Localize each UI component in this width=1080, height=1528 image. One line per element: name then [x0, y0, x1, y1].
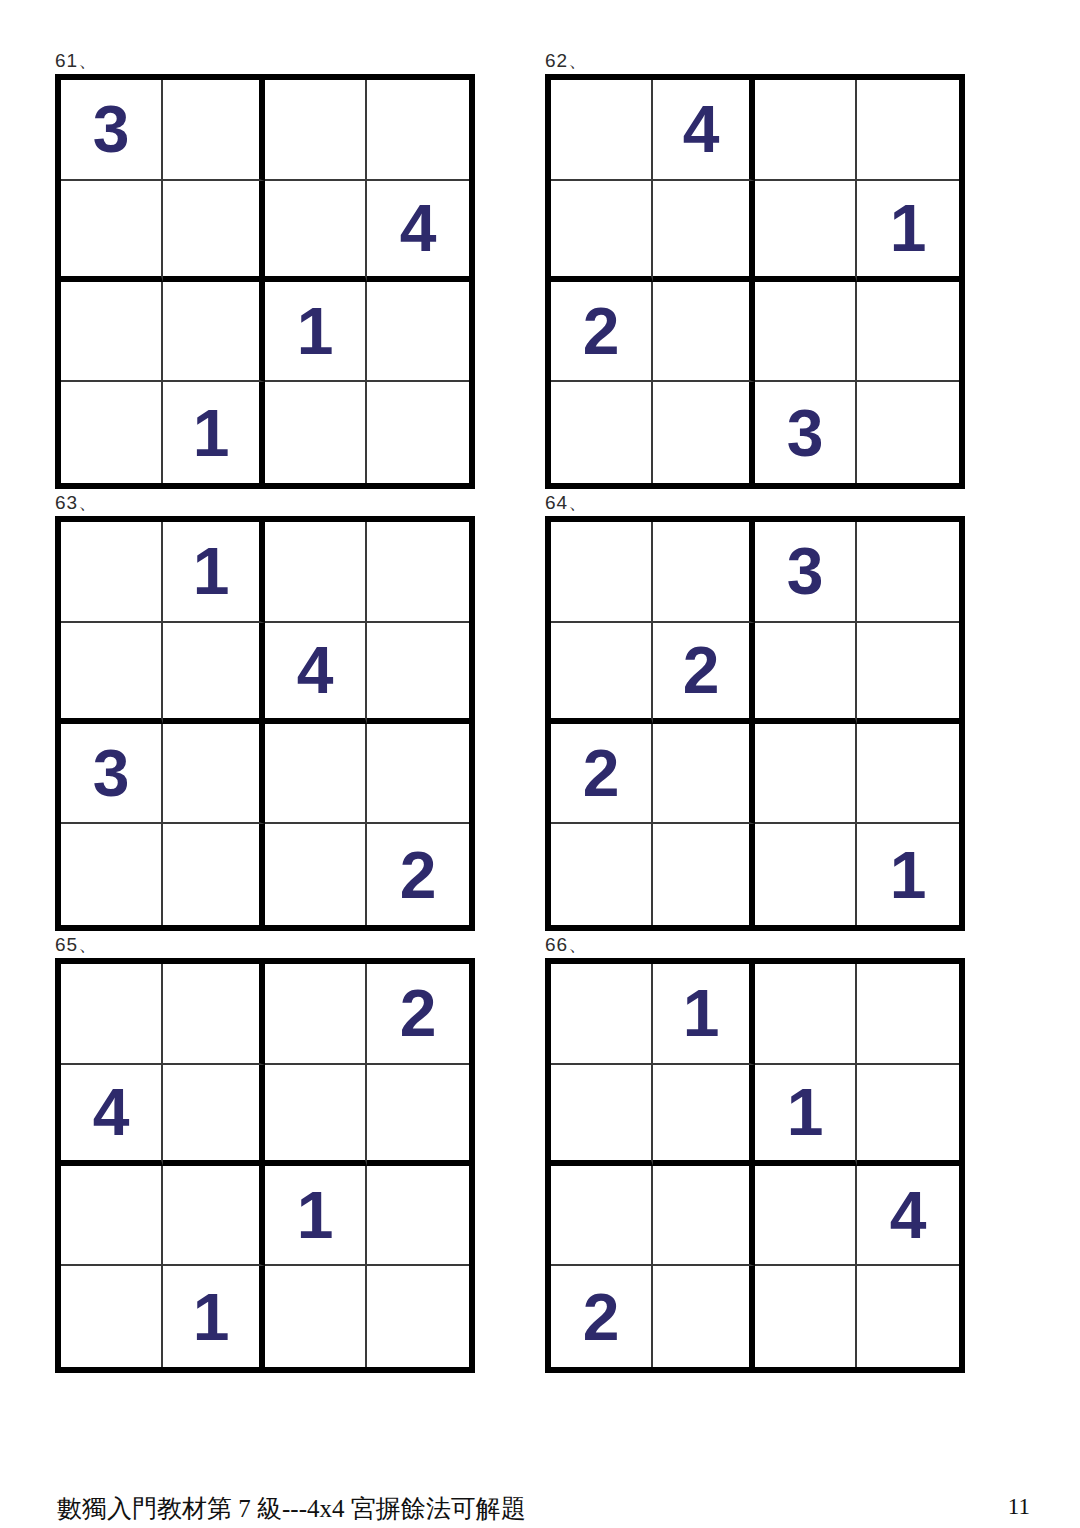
cell-r2c2	[653, 181, 755, 282]
cell-r3c2	[653, 1166, 755, 1267]
sudoku-board-65: 2411	[55, 958, 475, 1373]
cell-r1c4	[367, 522, 469, 623]
cell-r3c3	[755, 282, 857, 383]
cell-r1c2	[163, 964, 265, 1065]
cell-r2c1: 4	[61, 1065, 163, 1166]
cell-r3c2	[653, 724, 755, 825]
puzzle-label-63: 63、	[55, 490, 475, 511]
given-digit: 4	[297, 637, 334, 703]
cell-r2c3	[265, 1065, 367, 1166]
cell-r1c3	[265, 964, 367, 1065]
cell-r2c4: 4	[367, 181, 469, 282]
cell-r4c1	[61, 1266, 163, 1367]
puzzle-block-66: 66、 1142	[545, 932, 965, 1373]
cell-r3c1	[61, 1166, 163, 1267]
cell-r4c4	[857, 382, 959, 483]
cell-r2c4	[367, 1065, 469, 1166]
given-digit: 2	[400, 842, 437, 908]
given-digit: 1	[193, 538, 230, 604]
given-digit: 4	[890, 1182, 927, 1248]
cell-r2c1	[551, 181, 653, 282]
cell-r2c2	[163, 1065, 265, 1166]
given-digit: 3	[787, 538, 824, 604]
puzzle-label-61: 61、	[55, 48, 475, 69]
cell-r1c4	[367, 80, 469, 181]
cell-r3c3: 1	[265, 282, 367, 383]
cell-r4c3	[755, 1266, 857, 1367]
cell-r1c3	[265, 80, 367, 181]
cell-r3c4	[367, 724, 469, 825]
cell-r4c4: 1	[857, 824, 959, 925]
given-digit: 1	[297, 298, 334, 364]
cell-r2c4	[367, 623, 469, 724]
cell-r4c2: 1	[163, 1266, 265, 1367]
cell-r3c4	[367, 1166, 469, 1267]
cell-r4c1	[61, 824, 163, 925]
puzzle-label-65: 65、	[55, 932, 475, 953]
cell-r2c1	[551, 1065, 653, 1166]
cell-r2c3	[755, 623, 857, 724]
cell-r4c1	[61, 382, 163, 483]
cell-r2c2	[163, 623, 265, 724]
cell-r1c3: 3	[755, 522, 857, 623]
cell-r4c1	[551, 382, 653, 483]
cell-r1c1	[551, 964, 653, 1065]
cell-r1c3	[265, 522, 367, 623]
puzzle-block-63: 63、 1432	[55, 490, 475, 931]
cell-r3c3	[265, 724, 367, 825]
cell-r2c3: 4	[265, 623, 367, 724]
puzzle-label-66: 66、	[545, 932, 965, 953]
cell-r2c3: 1	[755, 1065, 857, 1166]
puzzle-label-64: 64、	[545, 490, 965, 511]
cell-r4c3	[265, 1266, 367, 1367]
cell-r1c1	[61, 964, 163, 1065]
given-digit: 3	[93, 96, 130, 162]
given-digit: 2	[583, 1284, 620, 1350]
cell-r4c2	[653, 824, 755, 925]
puzzle-block-62: 62、 4123	[545, 48, 965, 489]
cell-r1c2	[653, 522, 755, 623]
given-digit: 3	[787, 400, 824, 466]
cell-r1c1	[61, 522, 163, 623]
cell-r1c1: 3	[61, 80, 163, 181]
cell-r1c4	[857, 522, 959, 623]
given-digit: 1	[787, 1079, 824, 1145]
cell-r4c4	[367, 1266, 469, 1367]
given-digit: 3	[93, 740, 130, 806]
cell-r2c4: 1	[857, 181, 959, 282]
cell-r1c3	[755, 964, 857, 1065]
sudoku-board-66: 1142	[545, 958, 965, 1373]
cell-r3c1: 2	[551, 282, 653, 383]
cell-r1c4: 2	[367, 964, 469, 1065]
cell-r1c2: 1	[163, 522, 265, 623]
cell-r3c2	[163, 282, 265, 383]
given-digit: 2	[683, 637, 720, 703]
cell-r4c3	[265, 824, 367, 925]
cell-r4c3	[265, 382, 367, 483]
cell-r2c2	[653, 1065, 755, 1166]
puzzle-block-61: 61、 3411	[55, 48, 475, 489]
cell-r4c1	[551, 824, 653, 925]
cell-r3c2	[163, 1166, 265, 1267]
cell-r3c1	[551, 1166, 653, 1267]
cell-r4c1: 2	[551, 1266, 653, 1367]
cell-r4c3: 3	[755, 382, 857, 483]
cell-r1c1	[551, 80, 653, 181]
cell-r3c2	[163, 724, 265, 825]
sudoku-board-64: 3221	[545, 516, 965, 931]
cell-r4c2	[653, 1266, 755, 1367]
puzzle-label-62: 62、	[545, 48, 965, 69]
cell-r3c3	[755, 724, 857, 825]
cell-r1c4	[857, 80, 959, 181]
given-digit: 2	[583, 298, 620, 364]
puzzle-block-64: 64、 3221	[545, 490, 965, 931]
given-digit: 2	[400, 980, 437, 1046]
page-number: 11	[1008, 1494, 1030, 1520]
cell-r2c4	[857, 1065, 959, 1166]
cell-r3c1: 3	[61, 724, 163, 825]
sudoku-board-61: 3411	[55, 74, 475, 489]
cell-r3c3: 1	[265, 1166, 367, 1267]
given-digit: 4	[93, 1079, 130, 1145]
cell-r2c2: 2	[653, 623, 755, 724]
cell-r3c2	[653, 282, 755, 383]
cell-r3c1	[61, 282, 163, 383]
cell-r4c4: 2	[367, 824, 469, 925]
given-digit: 1	[890, 842, 927, 908]
given-digit: 1	[193, 1284, 230, 1350]
cell-r1c2	[163, 80, 265, 181]
cell-r4c4	[857, 1266, 959, 1367]
cell-r2c1	[61, 181, 163, 282]
given-digit: 4	[400, 195, 437, 261]
given-digit: 1	[193, 400, 230, 466]
cell-r1c2: 4	[653, 80, 755, 181]
given-digit: 2	[583, 740, 620, 806]
cell-r1c2: 1	[653, 964, 755, 1065]
cell-r4c2: 1	[163, 382, 265, 483]
cell-r4c2	[163, 824, 265, 925]
cell-r3c4: 4	[857, 1166, 959, 1267]
sudoku-board-62: 4123	[545, 74, 965, 489]
cell-r3c4	[857, 724, 959, 825]
cell-r3c3	[755, 1166, 857, 1267]
footer-title: 數獨入門教材第 7 級---4x4 宮摒餘法可解題	[57, 1492, 526, 1525]
cell-r2c2	[163, 181, 265, 282]
given-digit: 4	[683, 96, 720, 162]
cell-r2c4	[857, 623, 959, 724]
given-digit: 1	[683, 980, 720, 1046]
puzzle-block-65: 65、 2411	[55, 932, 475, 1373]
given-digit: 1	[890, 195, 927, 261]
worksheet-page: 61、 3411 62、 4123 63、 1432 64、 3221 65、 …	[0, 0, 1080, 1528]
cell-r3c1: 2	[551, 724, 653, 825]
cell-r2c1	[61, 623, 163, 724]
given-digit: 1	[297, 1182, 334, 1248]
cell-r4c4	[367, 382, 469, 483]
cell-r4c2	[653, 382, 755, 483]
cell-r2c1	[551, 623, 653, 724]
cell-r2c3	[755, 181, 857, 282]
cell-r1c4	[857, 964, 959, 1065]
cell-r4c3	[755, 824, 857, 925]
cell-r3c4	[857, 282, 959, 383]
cell-r3c4	[367, 282, 469, 383]
cell-r2c3	[265, 181, 367, 282]
cell-r1c1	[551, 522, 653, 623]
sudoku-board-63: 1432	[55, 516, 475, 931]
cell-r1c3	[755, 80, 857, 181]
